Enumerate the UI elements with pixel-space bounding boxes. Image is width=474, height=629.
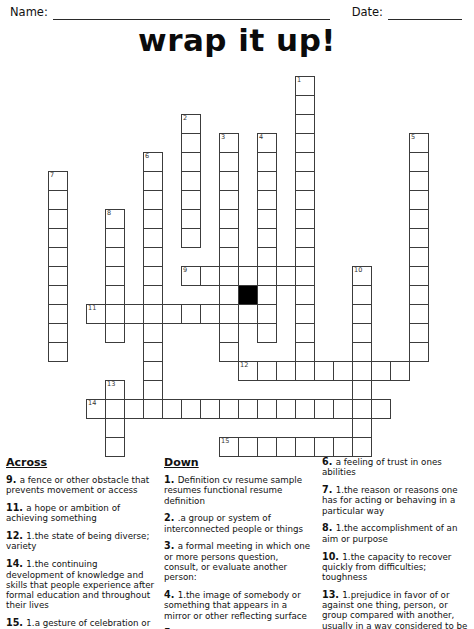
grid-cell[interactable] <box>257 437 277 457</box>
down-clues-continued: 6. a feeling of trust in ones abilities7… <box>322 456 471 629</box>
grid-cell[interactable] <box>295 323 315 343</box>
grid-cell[interactable] <box>219 228 239 248</box>
grid-cell[interactable] <box>352 361 372 381</box>
clue-number: 8. <box>322 522 336 533</box>
grid-cell[interactable] <box>276 399 296 419</box>
grid-cell[interactable] <box>257 399 277 419</box>
down-header: Down <box>164 456 313 469</box>
grid-cell[interactable] <box>257 266 277 286</box>
clue-item: 6. a feeling of trust in ones abilities <box>322 456 471 478</box>
grid-cell[interactable] <box>257 209 277 229</box>
grid-cell[interactable] <box>276 361 296 381</box>
grid-cell[interactable] <box>352 285 372 305</box>
puzzle-title: wrap it up! <box>0 22 474 58</box>
grid-cell[interactable] <box>409 342 429 362</box>
grid-cell[interactable] <box>409 247 429 267</box>
grid-cell[interactable] <box>105 304 125 324</box>
clue-number: 6. <box>322 456 336 467</box>
grid-cell[interactable] <box>105 247 125 267</box>
grid-cell[interactable] <box>143 323 163 343</box>
grid-cell[interactable] <box>219 304 239 324</box>
clue-number: 14. <box>6 558 26 569</box>
clue-number: 10. <box>322 551 342 562</box>
grid-cell[interactable] <box>276 437 296 457</box>
grid-cell[interactable] <box>409 171 429 191</box>
grid-cell[interactable] <box>314 361 334 381</box>
grid-cell[interactable] <box>352 437 372 457</box>
grid-cell[interactable] <box>409 304 429 324</box>
grid-cell[interactable] <box>143 380 163 400</box>
grid-cell[interactable] <box>371 361 391 381</box>
cell-number: 2 <box>183 115 187 122</box>
grid-cell[interactable] <box>295 114 315 134</box>
grid-cell[interactable] <box>295 285 315 305</box>
grid-cell[interactable] <box>371 399 391 419</box>
grid-cell[interactable]: 4 <box>257 133 277 153</box>
grid-cell[interactable] <box>409 190 429 210</box>
grid-cell[interactable] <box>257 228 277 248</box>
grid-cell[interactable] <box>409 285 429 305</box>
grid-cell[interactable] <box>200 399 220 419</box>
clue-item: 15. 1.a gesture of celebration or greeti… <box>6 617 155 629</box>
grid-cell[interactable] <box>105 285 125 305</box>
grid-cell[interactable] <box>219 171 239 191</box>
grid-cell[interactable] <box>48 342 68 362</box>
clue-item: 3. a formal meeting in which one or more… <box>164 540 313 582</box>
date-label: Date: <box>352 5 383 20</box>
cell-number: 14 <box>88 400 96 407</box>
grid-cell[interactable] <box>352 399 372 419</box>
grid-cell[interactable] <box>105 437 125 457</box>
cell-number: 3 <box>221 134 225 141</box>
cell-number: 6 <box>145 153 149 160</box>
grid-cell[interactable] <box>295 133 315 153</box>
grid-cell[interactable]: 5 <box>409 133 429 153</box>
grid-cell[interactable]: 10 <box>352 266 372 286</box>
name-label: Name: <box>10 5 48 20</box>
grid-cell[interactable] <box>333 437 353 457</box>
clues-section: Across 9. a fence or other obstacle that… <box>6 456 471 629</box>
cell-number: 7 <box>50 172 54 179</box>
date-blank-line <box>388 6 462 20</box>
grid-cell[interactable] <box>257 361 277 381</box>
grid-cell[interactable] <box>295 190 315 210</box>
grid-cell[interactable] <box>143 361 163 381</box>
clue-item: 14. 1.the continuing development of know… <box>6 558 155 610</box>
clue-number: 1. <box>164 474 178 485</box>
clue-item: 11. a hope or ambition of achieving some… <box>6 502 155 524</box>
grid-cell[interactable] <box>295 247 315 267</box>
grid-cell[interactable] <box>219 247 239 267</box>
clue-item: 10. 1.the capacity to recover quickly fr… <box>322 551 471 583</box>
grid-cell[interactable] <box>181 399 201 419</box>
grid-cell[interactable] <box>181 209 201 229</box>
grid-cell[interactable]: 7 <box>48 171 68 191</box>
grid-cell[interactable] <box>238 266 258 286</box>
grid-cell[interactable] <box>143 304 163 324</box>
grid-cell[interactable] <box>181 171 201 191</box>
grid-cell[interactable] <box>352 323 372 343</box>
grid-cell[interactable] <box>105 266 125 286</box>
grid-cell[interactable] <box>257 304 277 324</box>
grid-cell[interactable] <box>314 399 334 419</box>
grid-cell[interactable] <box>219 323 239 343</box>
grid-cell[interactable] <box>295 304 315 324</box>
grid-cell[interactable] <box>105 399 125 419</box>
grid-cell[interactable] <box>219 266 239 286</box>
grid-cell[interactable] <box>162 399 182 419</box>
clue-number: 7. <box>322 484 336 495</box>
cell-number: 8 <box>107 210 111 217</box>
cell-number: 9 <box>183 267 187 274</box>
grid-cell[interactable] <box>295 209 315 229</box>
grid-cell[interactable] <box>409 228 429 248</box>
grid-cell[interactable] <box>295 266 315 286</box>
grid-cell[interactable] <box>352 418 372 438</box>
grid-cell[interactable] <box>219 285 239 305</box>
grid-cell[interactable] <box>143 190 163 210</box>
grid-cell[interactable] <box>143 342 163 362</box>
grid-cell[interactable] <box>409 266 429 286</box>
grid-cell[interactable] <box>409 323 429 343</box>
grid-cell[interactable] <box>295 152 315 172</box>
cell-number: 5 <box>411 134 415 141</box>
grid-cell[interactable] <box>124 399 144 419</box>
clue-number: 2. <box>164 512 178 523</box>
grid-cell[interactable] <box>105 418 125 438</box>
grid-cell[interactable]: 12 <box>238 361 258 381</box>
across-clues: Across 9. a fence or other obstacle that… <box>6 456 155 629</box>
clue-item: 2. .a group or system of interconnected … <box>164 512 313 534</box>
grid-cell[interactable] <box>352 304 372 324</box>
clue-item: 7. 1.the reason or reasons one has for a… <box>322 484 471 516</box>
grid-cell[interactable] <box>314 437 334 457</box>
grid-cell[interactable] <box>295 228 315 248</box>
grid-cell[interactable] <box>181 133 201 153</box>
grid-cell[interactable] <box>257 323 277 343</box>
grid-cell[interactable] <box>257 285 277 305</box>
grid-cell[interactable] <box>162 304 182 324</box>
clue-item: 9. a fence or other obstacle that preven… <box>6 474 155 496</box>
grid-cell[interactable] <box>238 304 258 324</box>
grid-cell[interactable] <box>48 266 68 286</box>
grid-cell[interactable] <box>181 228 201 248</box>
cell-number: 4 <box>259 134 263 141</box>
grid-cell[interactable]: 11 <box>86 304 106 324</box>
grid-cell[interactable] <box>390 361 410 381</box>
grid-cell[interactable] <box>143 209 163 229</box>
grid-cell[interactable] <box>257 171 277 191</box>
grid-cell[interactable] <box>409 152 429 172</box>
cell-number: 13 <box>107 381 115 388</box>
clue-item: 1. Definition cv resume sample resumes f… <box>164 474 313 506</box>
grid-cell[interactable] <box>143 285 163 305</box>
grid-cell[interactable] <box>219 152 239 172</box>
grid-cell[interactable] <box>333 399 353 419</box>
grid-cell[interactable] <box>352 342 372 362</box>
grid-cell[interactable] <box>200 304 220 324</box>
name-blank-line <box>53 6 330 20</box>
grid-cell[interactable] <box>257 190 277 210</box>
grid-cell[interactable]: 2 <box>181 114 201 134</box>
cell-number: 12 <box>240 362 248 369</box>
grid-cell[interactable] <box>48 190 68 210</box>
grid-cell[interactable] <box>295 342 315 362</box>
black-cell <box>238 285 258 305</box>
grid-cell[interactable] <box>409 209 429 229</box>
grid-cell[interactable] <box>48 209 68 229</box>
clue-number: 4. <box>164 589 178 600</box>
grid-cell[interactable] <box>105 228 125 248</box>
grid-cell[interactable] <box>143 266 163 286</box>
grid-cell[interactable] <box>48 323 68 343</box>
grid-cell[interactable] <box>181 304 201 324</box>
grid-cell[interactable]: 3 <box>219 133 239 153</box>
grid-cell[interactable] <box>238 437 258 457</box>
grid-cell[interactable]: 1 <box>295 76 315 96</box>
cell-number: 10 <box>354 267 362 274</box>
grid-cell[interactable] <box>333 361 353 381</box>
grid-cell[interactable] <box>105 323 125 343</box>
worksheet-header: Name: Date: <box>10 5 462 20</box>
grid-cell[interactable] <box>48 285 68 305</box>
cell-number: 15 <box>221 438 229 445</box>
grid-cell[interactable] <box>276 266 296 286</box>
grid-cell[interactable]: 9 <box>181 266 201 286</box>
crossword-grid: 123456789101112131415 <box>48 76 428 456</box>
grid-cell[interactable] <box>181 152 201 172</box>
grid-cell[interactable] <box>219 342 239 362</box>
clue-number: 13. <box>322 589 342 600</box>
cell-number: 11 <box>88 305 96 312</box>
grid-cell[interactable] <box>143 171 163 191</box>
grid-cell[interactable] <box>219 209 239 229</box>
grid-cell[interactable] <box>295 171 315 191</box>
grid-cell[interactable] <box>48 304 68 324</box>
grid-cell[interactable]: 8 <box>105 209 125 229</box>
clue-number: 15. <box>6 617 26 628</box>
clue-number: 11. <box>6 502 26 513</box>
down-clues: Down 1. Definition cv resume sample resu… <box>164 456 313 629</box>
grid-cell[interactable] <box>200 266 220 286</box>
clue-number: 3. <box>164 540 178 551</box>
grid-cell[interactable] <box>219 190 239 210</box>
grid-cell[interactable] <box>295 361 315 381</box>
grid-cell[interactable] <box>124 304 144 324</box>
grid-cell[interactable] <box>295 399 315 419</box>
grid-cell[interactable] <box>48 228 68 248</box>
grid-cell[interactable]: 14 <box>86 399 106 419</box>
grid-cell[interactable]: 6 <box>143 152 163 172</box>
grid-cell[interactable] <box>352 380 372 400</box>
grid-cell[interactable] <box>257 247 277 267</box>
clue-item: 4. 1.the image of somebody or something … <box>164 589 313 621</box>
cell-number: 1 <box>297 77 301 84</box>
clue-item: 8. 1.the accomplishment of an aim or pur… <box>322 522 471 544</box>
grid-cell[interactable] <box>257 152 277 172</box>
grid-cell[interactable] <box>143 399 163 419</box>
grid-cell[interactable] <box>143 228 163 248</box>
grid-cell[interactable] <box>48 247 68 267</box>
clue-item: 12. 1.the state of being diverse; variet… <box>6 530 155 552</box>
grid-cell[interactable] <box>238 399 258 419</box>
clue-item: 13. 1.prejudice in favor of or against o… <box>322 589 471 629</box>
grid-cell[interactable]: 13 <box>105 380 125 400</box>
across-header: Across <box>6 456 155 469</box>
grid-cell[interactable] <box>295 437 315 457</box>
clue-number: 9. <box>6 474 20 485</box>
clue-number: 12. <box>6 530 26 541</box>
grid-cell[interactable]: 15 <box>219 437 239 457</box>
grid-cell[interactable] <box>219 399 239 419</box>
grid-cell[interactable] <box>143 247 163 267</box>
grid-cell[interactable] <box>181 190 201 210</box>
grid-cell[interactable] <box>295 95 315 115</box>
